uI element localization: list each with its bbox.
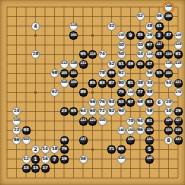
move-number: 109 bbox=[70, 81, 76, 84]
black-stone-move-19: 19 bbox=[60, 155, 69, 164]
move-number: 130 bbox=[118, 34, 124, 37]
white-stone-move-30: 30 bbox=[136, 41, 145, 50]
move-number: 58 bbox=[147, 109, 152, 113]
black-stone-move-71: 71 bbox=[107, 145, 116, 154]
white-stone-move-64: 64 bbox=[79, 107, 88, 116]
black-stone-move-41: 41 bbox=[155, 22, 164, 31]
white-stone-move-108: 108 bbox=[69, 60, 78, 69]
move-number: 94 bbox=[137, 119, 142, 123]
black-stone-move-137: 137 bbox=[79, 136, 88, 145]
move-number: 9 bbox=[129, 33, 132, 38]
stones-layer: 2044246195411432484119313093526337128403… bbox=[0, 0, 185, 185]
white-stone-move-146: 146 bbox=[117, 126, 126, 135]
move-number: 143 bbox=[175, 138, 181, 141]
black-stone-move-69: 69 bbox=[117, 145, 126, 154]
white-stone-move-58: 58 bbox=[145, 107, 154, 116]
move-number: 34 bbox=[147, 81, 152, 85]
move-number: 84 bbox=[109, 100, 114, 104]
white-stone-move-52: 52 bbox=[107, 60, 116, 69]
white-stone-move-6: 6 bbox=[155, 98, 164, 107]
move-number: 64 bbox=[80, 109, 85, 113]
move-number: 78 bbox=[99, 71, 104, 75]
white-stone-move-78: 78 bbox=[98, 69, 107, 78]
move-number: 49 bbox=[128, 62, 133, 66]
move-number: 66 bbox=[90, 100, 95, 104]
black-stone-move-1: 1 bbox=[31, 155, 40, 164]
black-stone-move-81: 81 bbox=[126, 79, 135, 88]
black-stone-move-119: 119 bbox=[164, 50, 173, 59]
black-stone-move-51: 51 bbox=[117, 60, 126, 69]
move-number: 104 bbox=[13, 119, 19, 122]
black-stone-move-93: 93 bbox=[22, 126, 31, 135]
black-stone-move-37: 37 bbox=[164, 31, 173, 40]
white-stone-move-102: 102 bbox=[22, 136, 31, 145]
white-stone-move-94: 94 bbox=[136, 117, 145, 126]
move-number: 29 bbox=[175, 109, 180, 113]
move-number: 13 bbox=[23, 166, 28, 170]
white-stone-move-100: 100 bbox=[98, 117, 107, 126]
white-stone-move-22: 22 bbox=[12, 126, 21, 135]
move-number: 70 bbox=[128, 119, 133, 123]
move-number: 81 bbox=[128, 81, 133, 85]
move-number: 133 bbox=[165, 129, 171, 132]
white-stone-move-60: 60 bbox=[88, 107, 97, 116]
white-stone-move-80: 80 bbox=[117, 79, 126, 88]
move-number: 22 bbox=[14, 128, 19, 132]
white-stone-move-74: 74 bbox=[98, 50, 107, 59]
move-number: 97 bbox=[147, 43, 152, 47]
white-stone-move-34: 34 bbox=[145, 79, 154, 88]
move-number: 35 bbox=[137, 33, 142, 37]
white-stone-move-12: 12 bbox=[22, 155, 31, 164]
white-stone-move-126: 126 bbox=[164, 60, 173, 69]
black-stone-move-145: 145 bbox=[145, 155, 154, 164]
move-number: 124 bbox=[175, 43, 181, 46]
move-number: 68 bbox=[137, 100, 142, 104]
white-stone-move-20: 20 bbox=[164, 98, 173, 107]
move-number: 79 bbox=[61, 147, 66, 151]
black-stone-move-77: 77 bbox=[136, 88, 145, 97]
go-board[interactable]: 2044246195411432484119313093526337128403… bbox=[0, 0, 185, 185]
black-stone-move-45: 45 bbox=[136, 60, 145, 69]
move-number: 103 bbox=[165, 72, 171, 75]
black-stone-move-97: 97 bbox=[145, 41, 154, 50]
white-stone-move-26: 26 bbox=[145, 31, 154, 40]
move-number: 72 bbox=[99, 109, 104, 113]
move-number: 98 bbox=[52, 71, 57, 75]
move-number: 126 bbox=[165, 62, 171, 65]
move-number: 18 bbox=[52, 147, 57, 151]
move-number: 2 bbox=[34, 147, 37, 152]
white-stone-move-54: 54 bbox=[164, 79, 173, 88]
move-number: 61 bbox=[147, 119, 152, 123]
white-stone-move-86: 86 bbox=[12, 136, 21, 145]
move-number: 87 bbox=[109, 81, 114, 85]
white-stone-move-150: 150 bbox=[126, 126, 135, 135]
white-stone-move-16: 16 bbox=[41, 155, 50, 164]
white-stone-move-42: 42 bbox=[136, 12, 145, 21]
white-stone-move-72: 72 bbox=[98, 107, 107, 116]
black-stone-move-61: 61 bbox=[145, 117, 154, 126]
white-stone-move-44: 44 bbox=[136, 50, 145, 59]
black-stone-move-15: 15 bbox=[31, 164, 40, 173]
move-number: 54 bbox=[166, 81, 171, 85]
white-stone-move-104: 104 bbox=[12, 117, 21, 126]
move-number: 139 bbox=[127, 138, 133, 141]
white-stone-move-38: 38 bbox=[136, 79, 145, 88]
move-number: 82 bbox=[109, 109, 114, 113]
move-number: 137 bbox=[80, 138, 86, 141]
white-stone-move-8: 8 bbox=[164, 136, 173, 145]
move-number: 128 bbox=[175, 34, 181, 37]
black-stone-move-63: 63 bbox=[145, 98, 154, 107]
white-stone-move-48: 48 bbox=[145, 22, 154, 31]
white-stone-move-4: 4 bbox=[31, 22, 40, 31]
black-stone-move-65: 65 bbox=[69, 107, 78, 116]
move-number: 12 bbox=[23, 157, 28, 161]
move-number: 16 bbox=[42, 157, 47, 161]
move-number: 131 bbox=[80, 62, 86, 65]
move-number: 48 bbox=[147, 24, 152, 28]
move-number: 123 bbox=[89, 119, 95, 122]
move-number: 76 bbox=[99, 100, 104, 104]
white-stone-move-90: 90 bbox=[117, 107, 126, 116]
go-kifu-diagram: 2044246195411432484119313093526337128403… bbox=[0, 0, 185, 185]
white-stone-move-88: 88 bbox=[145, 88, 154, 97]
move-number: 40 bbox=[118, 43, 123, 47]
move-number: 67 bbox=[128, 100, 133, 104]
white-stone-move-114: 114 bbox=[69, 22, 78, 31]
black-stone-move-89: 89 bbox=[79, 88, 88, 97]
white-stone-move-92: 92 bbox=[117, 69, 126, 78]
move-number: 62 bbox=[52, 90, 57, 94]
move-number: 75 bbox=[118, 90, 123, 94]
move-number: 55 bbox=[156, 71, 161, 75]
move-number: 83 bbox=[99, 81, 104, 85]
black-stone-move-23: 23 bbox=[60, 107, 69, 116]
black-stone-move-91: 91 bbox=[174, 50, 183, 59]
move-number: 115 bbox=[89, 53, 95, 56]
move-number: 204 bbox=[165, 5, 171, 8]
move-number: 69 bbox=[118, 147, 123, 151]
move-number: 65 bbox=[71, 109, 76, 113]
move-number: 116 bbox=[146, 53, 152, 56]
move-number: 38 bbox=[137, 81, 142, 85]
black-stone-move-113: 113 bbox=[79, 117, 88, 126]
black-stone-move-55: 55 bbox=[155, 69, 164, 78]
move-number: 112 bbox=[61, 62, 67, 65]
move-number: 85 bbox=[90, 81, 95, 85]
black-stone-move-125: 125 bbox=[164, 117, 173, 126]
black-stone-move-121: 121 bbox=[174, 79, 183, 88]
white-stone-move-70: 70 bbox=[126, 117, 135, 126]
move-number: 101 bbox=[70, 72, 76, 75]
move-number: 6 bbox=[157, 100, 160, 105]
white-stone-move-62: 62 bbox=[50, 88, 59, 97]
black-stone-move-17: 17 bbox=[41, 164, 50, 173]
move-number: 60 bbox=[90, 109, 95, 113]
black-stone-move-109: 109 bbox=[69, 79, 78, 88]
white-stone-move-14: 14 bbox=[41, 145, 50, 154]
black-stone-move-49: 49 bbox=[126, 60, 135, 69]
black-stone-move-85: 85 bbox=[88, 79, 97, 88]
move-number: 106 bbox=[61, 81, 67, 84]
move-number: 99 bbox=[109, 71, 114, 75]
black-stone-move-35: 35 bbox=[136, 31, 145, 40]
white-stone-move-66: 66 bbox=[88, 98, 97, 107]
move-number: 52 bbox=[109, 62, 114, 66]
move-number: 129 bbox=[146, 129, 152, 132]
white-stone-move-130: 130 bbox=[117, 31, 126, 40]
move-number: 24 bbox=[14, 109, 19, 113]
move-number: 195 bbox=[165, 15, 171, 18]
move-number: 23 bbox=[61, 109, 66, 113]
move-number: 135 bbox=[175, 129, 181, 132]
black-stone-move-9: 9 bbox=[126, 31, 135, 40]
white-stone-move-2: 2 bbox=[31, 145, 40, 154]
white-stone-move-10: 10 bbox=[164, 107, 173, 116]
move-number: 14 bbox=[42, 147, 47, 151]
move-number: 114 bbox=[70, 24, 76, 27]
move-number: 51 bbox=[118, 62, 123, 66]
move-number: 43 bbox=[156, 52, 161, 56]
move-number: 44 bbox=[137, 52, 142, 56]
black-stone-move-105: 105 bbox=[60, 69, 69, 78]
black-stone-move-95: 95 bbox=[79, 50, 88, 59]
move-number: 45 bbox=[137, 62, 142, 66]
black-stone-move-127: 127 bbox=[174, 117, 183, 126]
white-stone-move-112: 112 bbox=[60, 60, 69, 69]
move-number: 30 bbox=[137, 43, 142, 47]
white-stone-move-170: 170 bbox=[174, 88, 183, 97]
black-stone-move-103: 103 bbox=[164, 69, 173, 78]
white-stone-move-40: 40 bbox=[117, 41, 126, 50]
black-stone-move-7: 7 bbox=[50, 155, 59, 164]
black-stone-move-75: 75 bbox=[117, 88, 126, 97]
white-stone-move-124: 124 bbox=[174, 41, 183, 50]
black-stone-move-195: 195 bbox=[164, 12, 173, 21]
white-stone-move-204: 204 bbox=[164, 3, 173, 12]
move-number: 46 bbox=[156, 14, 161, 18]
move-number: 36 bbox=[80, 157, 85, 161]
move-number: 118 bbox=[175, 62, 181, 65]
move-number: 19 bbox=[61, 157, 66, 161]
white-stone-move-128: 128 bbox=[174, 31, 183, 40]
move-number: 108 bbox=[70, 62, 76, 65]
move-number: 127 bbox=[175, 119, 181, 122]
move-number: 146 bbox=[118, 129, 124, 132]
black-stone-move-99: 99 bbox=[107, 69, 116, 78]
white-stone-move-98: 98 bbox=[50, 69, 59, 78]
black-stone-move-123: 123 bbox=[88, 117, 97, 126]
white-stone-move-84: 84 bbox=[107, 98, 116, 107]
white-stone-move-32: 32 bbox=[107, 22, 116, 31]
move-number: 74 bbox=[99, 52, 104, 56]
move-number: 59 bbox=[61, 138, 66, 142]
move-number: 141 bbox=[146, 138, 152, 141]
black-stone-move-47: 47 bbox=[145, 60, 154, 69]
white-stone-move-50: 50 bbox=[117, 50, 126, 59]
black-stone-move-53: 53 bbox=[117, 98, 126, 107]
move-number: 26 bbox=[147, 33, 152, 37]
move-number: 80 bbox=[118, 81, 123, 85]
move-number: 93 bbox=[23, 128, 28, 132]
white-stone-move-120: 120 bbox=[117, 155, 126, 164]
black-stone-move-59: 59 bbox=[60, 136, 69, 145]
black-stone-move-3: 3 bbox=[155, 31, 164, 40]
black-stone-move-43: 43 bbox=[155, 50, 164, 59]
move-number: 121 bbox=[175, 81, 181, 84]
white-stone-move-96: 96 bbox=[136, 126, 145, 135]
move-number: 96 bbox=[137, 128, 142, 132]
move-number: 100 bbox=[99, 119, 105, 122]
black-stone-move-129: 129 bbox=[145, 126, 154, 135]
black-stone-move-79: 79 bbox=[60, 145, 69, 154]
white-stone-move-68: 68 bbox=[136, 98, 145, 107]
move-number: 95 bbox=[80, 52, 85, 56]
move-number: 1 bbox=[34, 157, 37, 162]
white-stone-move-116: 116 bbox=[145, 50, 154, 59]
move-number: 47 bbox=[147, 62, 152, 66]
move-number: 17 bbox=[42, 166, 47, 170]
black-stone-move-131: 131 bbox=[79, 60, 88, 69]
move-number: 119 bbox=[165, 53, 171, 56]
move-number: 8 bbox=[167, 138, 170, 143]
move-number: 28 bbox=[33, 52, 38, 56]
black-stone-move-83: 83 bbox=[98, 79, 107, 88]
move-number: 42 bbox=[137, 14, 142, 18]
white-stone-move-36: 36 bbox=[79, 155, 88, 164]
move-number: 110 bbox=[127, 91, 133, 94]
black-stone-move-67: 67 bbox=[126, 98, 135, 107]
move-number: 5 bbox=[148, 147, 151, 152]
move-number: 105 bbox=[61, 72, 67, 75]
move-number: 53 bbox=[118, 100, 123, 104]
black-stone-move-29: 29 bbox=[174, 107, 183, 116]
move-number: 125 bbox=[165, 119, 171, 122]
black-stone-move-139: 139 bbox=[126, 136, 135, 145]
black-stone-move-135: 135 bbox=[174, 126, 183, 135]
white-stone-move-110: 110 bbox=[126, 88, 135, 97]
move-number: 193 bbox=[70, 34, 76, 37]
move-number: 145 bbox=[146, 157, 152, 160]
move-number: 37 bbox=[166, 33, 171, 37]
white-stone-move-18: 18 bbox=[50, 145, 59, 154]
move-number: 10 bbox=[166, 109, 171, 113]
black-stone-move-193: 193 bbox=[69, 31, 78, 40]
move-number: 89 bbox=[80, 90, 85, 94]
white-stone-move-28: 28 bbox=[31, 50, 40, 59]
move-number: 4 bbox=[34, 24, 37, 29]
white-stone-move-106: 106 bbox=[60, 79, 69, 88]
white-stone-move-46: 46 bbox=[155, 12, 164, 21]
move-number: 20 bbox=[166, 100, 171, 104]
move-number: 117 bbox=[156, 43, 162, 46]
white-stone-move-118: 118 bbox=[174, 60, 183, 69]
move-number: 88 bbox=[147, 90, 152, 94]
black-stone-move-87: 87 bbox=[107, 79, 116, 88]
move-number: 56 bbox=[147, 71, 152, 75]
white-stone-move-24: 24 bbox=[12, 107, 21, 116]
move-number: 77 bbox=[137, 90, 142, 94]
move-number: 86 bbox=[14, 138, 19, 142]
move-number: 3 bbox=[157, 33, 160, 38]
move-number: 15 bbox=[33, 166, 38, 170]
move-number: 63 bbox=[147, 100, 152, 104]
move-number: 150 bbox=[127, 129, 133, 132]
move-number: 41 bbox=[156, 24, 161, 28]
black-stone-move-143: 143 bbox=[174, 136, 183, 145]
move-number: 120 bbox=[118, 157, 124, 160]
move-number: 91 bbox=[175, 52, 180, 56]
black-stone-move-133: 133 bbox=[164, 126, 173, 135]
white-stone-move-76: 76 bbox=[98, 98, 107, 107]
move-number: 90 bbox=[118, 109, 123, 113]
move-number: 170 bbox=[175, 91, 181, 94]
move-number: 113 bbox=[80, 119, 86, 122]
move-number: 7 bbox=[53, 157, 56, 162]
black-stone-move-101: 101 bbox=[69, 69, 78, 78]
black-stone-move-117: 117 bbox=[155, 41, 164, 50]
black-stone-move-5: 5 bbox=[145, 145, 154, 154]
move-number: 32 bbox=[109, 24, 114, 28]
move-number: 71 bbox=[109, 147, 114, 151]
move-number: 92 bbox=[118, 71, 123, 75]
white-stone-move-82: 82 bbox=[107, 107, 116, 116]
move-number: 102 bbox=[23, 138, 29, 141]
black-stone-move-141: 141 bbox=[145, 136, 154, 145]
black-stone-move-115: 115 bbox=[88, 50, 97, 59]
white-stone-move-56: 56 bbox=[145, 69, 154, 78]
move-number: 50 bbox=[118, 52, 123, 56]
black-stone-move-13: 13 bbox=[22, 164, 31, 173]
